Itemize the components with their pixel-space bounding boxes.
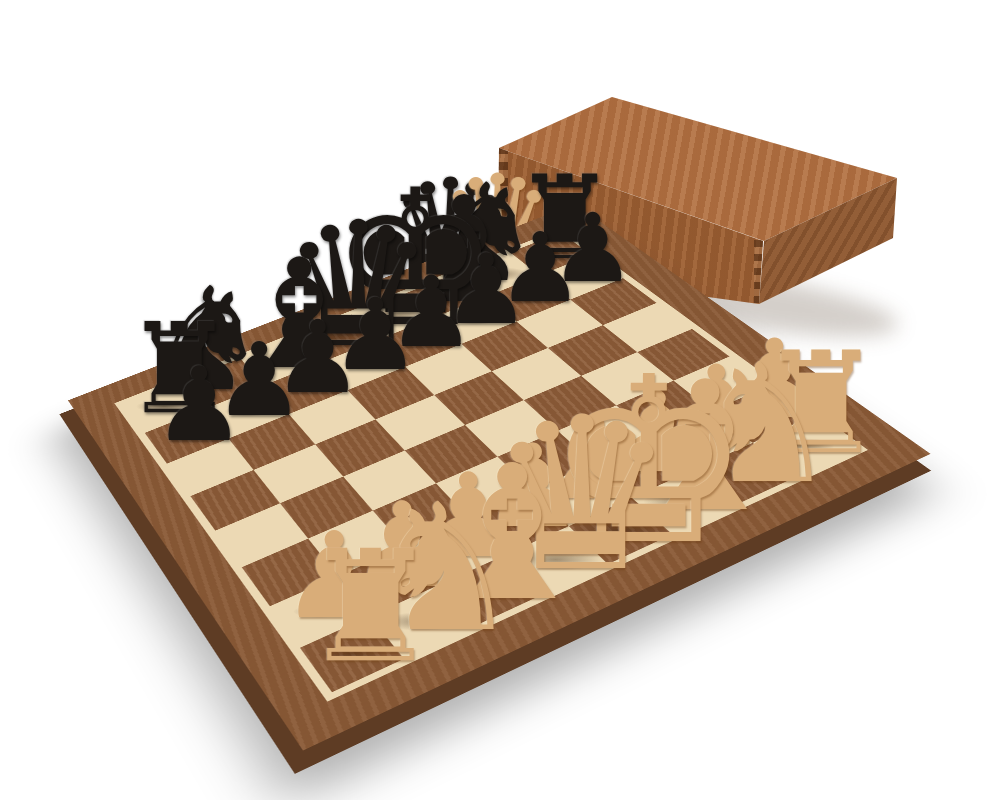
piece-black-pawn[interactable]: ♟ [153,354,219,436]
piece-white-rook[interactable]: ♜ [302,530,402,653]
scene: ♛♛ ♜♞♝♛♚♝♞♜♟♟♟♟♟♟♟♟♟♟♟♟♟♟♟♟♜♞♝♛♚♝♞♜ [0,0,1000,800]
